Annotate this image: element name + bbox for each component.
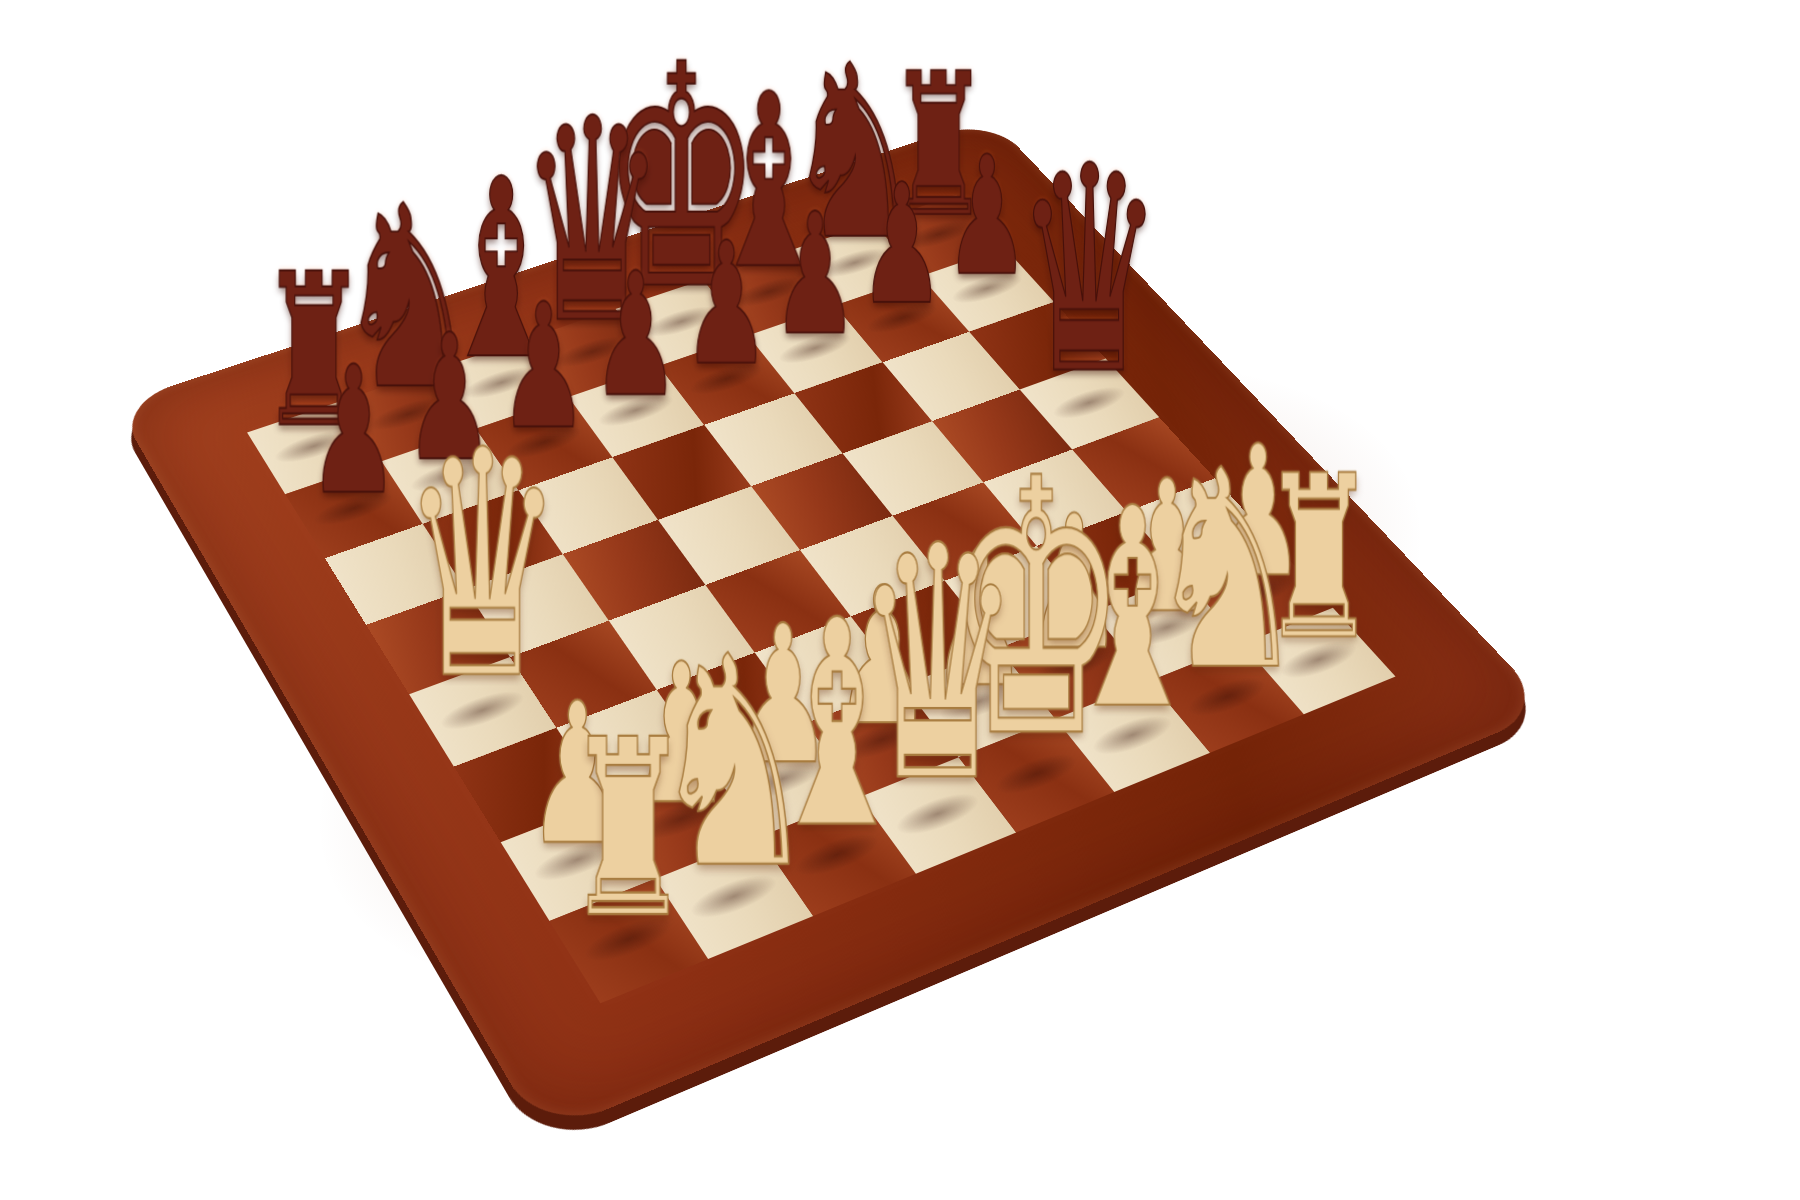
rook-glyph: ♜ — [434, 708, 824, 952]
product-photo-scene: ♜♞♝♛♚♝♞♜♟♟♟♟♟♟♟♟♛♛♟♟♟♟♟♟♟♟♜♞♝♛♚♝♞♜ — [0, 0, 1800, 1200]
queen-glyph: ♛ — [923, 129, 1256, 414]
square-a1[interactable]: ♜ — [549, 879, 708, 1004]
